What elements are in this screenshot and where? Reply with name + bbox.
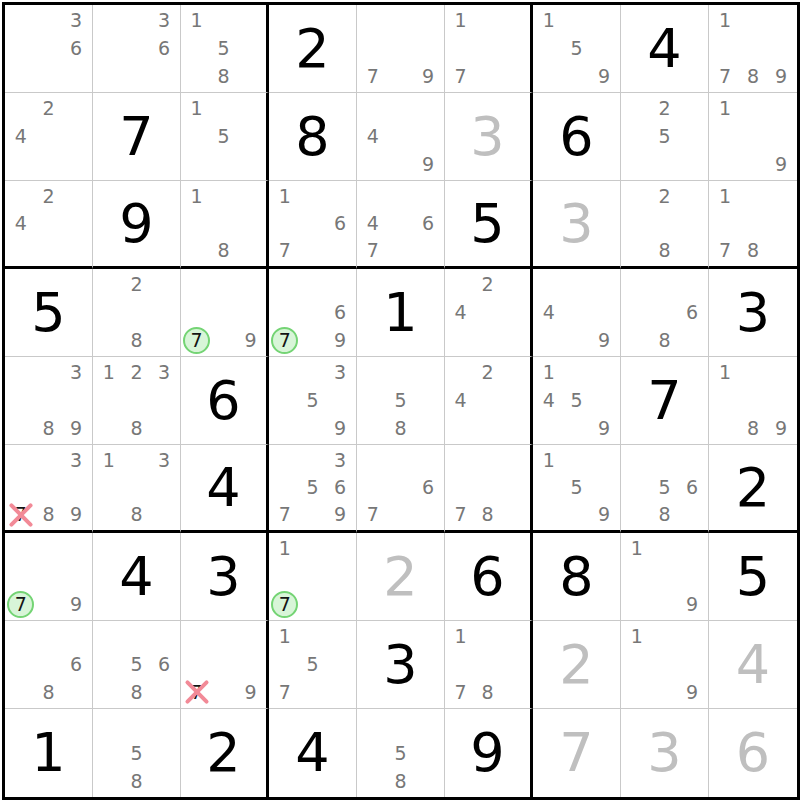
candidate-1: 1 bbox=[95, 447, 123, 474]
candidate-4: 4 bbox=[359, 123, 387, 151]
cell-r9c5[interactable]: 58 bbox=[357, 709, 445, 797]
candidate-grid: 24 bbox=[7, 183, 90, 264]
cell-r8c9[interactable]: 4 bbox=[709, 621, 797, 709]
candidate-grid: 159 bbox=[535, 447, 618, 528]
cell-r2c6[interactable]: 3 bbox=[445, 93, 533, 181]
cell-r2c1[interactable]: 24 bbox=[5, 93, 93, 181]
given-digit: 1 bbox=[383, 286, 417, 340]
candidate-6: 6 bbox=[62, 35, 90, 63]
candidate-grid: 58 bbox=[359, 711, 442, 795]
cell-r7c9[interactable]: 5 bbox=[709, 533, 797, 621]
cell-r9c7[interactable]: 7 bbox=[533, 709, 621, 797]
candidate-9: 9 bbox=[62, 590, 90, 618]
candidate-8: 8 bbox=[123, 767, 151, 795]
cell-r4c1[interactable]: 5 bbox=[5, 269, 93, 357]
candidate-3: 3 bbox=[326, 447, 354, 474]
cell-r9c9[interactable]: 6 bbox=[709, 709, 797, 797]
candidate-grid: 49 bbox=[535, 271, 618, 354]
cell-r3c5[interactable]: 467 bbox=[357, 181, 445, 269]
candidate-7: 7 bbox=[271, 501, 299, 528]
candidate-1: 1 bbox=[535, 7, 563, 35]
candidate-1: 1 bbox=[711, 7, 739, 35]
cell-r1c3[interactable]: 158 bbox=[181, 5, 269, 93]
candidate-grid: 28 bbox=[95, 271, 178, 354]
candidate-grid: 1238 bbox=[95, 359, 178, 442]
cell-r6c7[interactable]: 159 bbox=[533, 445, 621, 533]
candidate-grid: 28 bbox=[623, 183, 706, 264]
candidate-grid: 78 bbox=[447, 447, 528, 528]
cell-r1c9[interactable]: 1789 bbox=[709, 5, 797, 93]
candidate-grid: 79 bbox=[359, 7, 442, 90]
candidate-5: 5 bbox=[210, 35, 237, 63]
cell-r4c6[interactable]: 24 bbox=[445, 269, 533, 357]
candidate-5: 5 bbox=[299, 651, 327, 679]
candidate-8: 8 bbox=[123, 326, 151, 354]
crossed-candidate-7: 7 bbox=[7, 501, 35, 528]
candidate-grid: 1789 bbox=[711, 7, 795, 90]
cell-r6c1[interactable]: 3789 bbox=[5, 445, 93, 533]
cell-r2c4[interactable]: 8 bbox=[269, 93, 357, 181]
cell-r7c4[interactable]: 17 bbox=[269, 533, 357, 621]
candidate-2: 2 bbox=[651, 183, 679, 210]
candidate-6: 6 bbox=[62, 651, 90, 679]
candidate-5: 5 bbox=[563, 474, 591, 501]
candidate-grid: 58 bbox=[95, 711, 178, 795]
candidate-7: 7 bbox=[711, 237, 739, 264]
candidate-grid: 568 bbox=[623, 447, 706, 528]
candidate-grid: 467 bbox=[359, 183, 442, 264]
circled-candidate-7: 7 bbox=[271, 591, 298, 618]
cell-r3c4[interactable]: 167 bbox=[269, 181, 357, 269]
cell-r5c9[interactable]: 189 bbox=[709, 357, 797, 445]
candidate-1: 1 bbox=[535, 447, 563, 474]
cell-r6c5[interactable]: 67 bbox=[357, 445, 445, 533]
given-digit: 5 bbox=[736, 550, 770, 604]
cell-r2c3[interactable]: 15 bbox=[181, 93, 269, 181]
candidate-grid: 15 bbox=[183, 95, 264, 178]
candidate-3: 3 bbox=[62, 359, 90, 387]
candidate-8: 8 bbox=[739, 414, 767, 442]
cell-r1c8[interactable]: 4 bbox=[621, 5, 709, 93]
solved-digit: 7 bbox=[559, 726, 593, 780]
candidate-6: 6 bbox=[326, 474, 354, 501]
candidate-1: 1 bbox=[623, 623, 651, 651]
candidate-5: 5 bbox=[387, 387, 415, 415]
candidate-grid: 79 bbox=[183, 623, 264, 706]
candidate-grid: 19 bbox=[623, 623, 706, 706]
candidate-8: 8 bbox=[123, 678, 151, 706]
candidate-4: 4 bbox=[7, 210, 35, 237]
candidate-9: 9 bbox=[62, 414, 90, 442]
cell-r8c1[interactable]: 68 bbox=[5, 621, 93, 709]
candidate-9: 9 bbox=[767, 414, 795, 442]
candidate-5: 5 bbox=[563, 35, 591, 63]
candidate-9: 9 bbox=[590, 326, 618, 354]
cell-r3c3[interactable]: 18 bbox=[181, 181, 269, 269]
given-digit: 3 bbox=[383, 638, 417, 692]
cell-r9c8[interactable]: 3 bbox=[621, 709, 709, 797]
candidate-5: 5 bbox=[123, 739, 151, 767]
cell-r2c7[interactable]: 6 bbox=[533, 93, 621, 181]
given-digit: 8 bbox=[295, 110, 329, 164]
cell-r6c2[interactable]: 138 bbox=[93, 445, 181, 533]
circled-candidate-7: 7 bbox=[7, 591, 34, 618]
cell-r8c5[interactable]: 3 bbox=[357, 621, 445, 709]
candidate-grid: 138 bbox=[95, 447, 178, 528]
cell-r2c5[interactable]: 49 bbox=[357, 93, 445, 181]
given-digit: 6 bbox=[559, 110, 593, 164]
given-digit: 1 bbox=[31, 726, 65, 780]
solved-digit: 6 bbox=[736, 726, 770, 780]
candidate-9: 9 bbox=[237, 678, 264, 706]
candidate-grid: 24 bbox=[7, 95, 90, 178]
cell-r6c8[interactable]: 568 bbox=[621, 445, 709, 533]
candidate-4: 4 bbox=[535, 299, 563, 327]
cell-r5c4[interactable]: 359 bbox=[269, 357, 357, 445]
given-digit: 8 bbox=[559, 550, 593, 604]
candidate-9: 9 bbox=[414, 62, 442, 90]
cell-r1c6[interactable]: 17 bbox=[445, 5, 533, 93]
cell-r2c2[interactable]: 7 bbox=[93, 93, 181, 181]
candidate-5: 5 bbox=[651, 474, 679, 501]
candidate-5: 5 bbox=[123, 651, 151, 679]
cell-r8c8[interactable]: 19 bbox=[621, 621, 709, 709]
candidate-4: 4 bbox=[7, 123, 35, 151]
cell-r8c2[interactable]: 568 bbox=[93, 621, 181, 709]
candidate-1: 1 bbox=[711, 95, 739, 123]
candidate-7: 7 bbox=[359, 501, 387, 528]
cell-r1c4[interactable]: 2 bbox=[269, 5, 357, 93]
cell-r7c5[interactable]: 2 bbox=[357, 533, 445, 621]
candidate-9: 9 bbox=[62, 501, 90, 528]
candidate-7: 7 bbox=[447, 501, 474, 528]
candidate-grid: 25 bbox=[623, 95, 706, 178]
cell-r1c2[interactable]: 36 bbox=[93, 5, 181, 93]
cell-r5c8[interactable]: 7 bbox=[621, 357, 709, 445]
cell-r9c2[interactable]: 58 bbox=[93, 709, 181, 797]
candidate-6: 6 bbox=[150, 35, 178, 63]
cell-r6c6[interactable]: 78 bbox=[445, 445, 533, 533]
solved-digit: 3 bbox=[470, 110, 504, 164]
cell-r3c9[interactable]: 178 bbox=[709, 181, 797, 269]
cell-r5c2[interactable]: 1238 bbox=[93, 357, 181, 445]
given-digit: 2 bbox=[206, 726, 240, 780]
cell-r4c8[interactable]: 68 bbox=[621, 269, 709, 357]
cell-r7c7[interactable]: 8 bbox=[533, 533, 621, 621]
candidate-grid: 18 bbox=[183, 183, 264, 264]
cell-r2c9[interactable]: 19 bbox=[709, 93, 797, 181]
candidate-8: 8 bbox=[210, 62, 237, 90]
candidate-9: 9 bbox=[678, 678, 706, 706]
candidate-grid: 49 bbox=[359, 95, 442, 178]
cell-r6c9[interactable]: 2 bbox=[709, 445, 797, 533]
candidate-grid: 36 bbox=[95, 7, 178, 90]
candidate-2: 2 bbox=[123, 359, 151, 387]
candidate-grid: 68 bbox=[623, 271, 706, 354]
given-digit: 6 bbox=[206, 374, 240, 428]
candidate-grid: 79 bbox=[183, 271, 264, 354]
candidate-8: 8 bbox=[123, 414, 151, 442]
candidate-grid: 159 bbox=[535, 7, 618, 90]
candidate-7: 7 bbox=[447, 62, 474, 90]
solved-digit: 3 bbox=[647, 726, 681, 780]
cell-r5c7[interactable]: 1459 bbox=[533, 357, 621, 445]
cell-r1c7[interactable]: 159 bbox=[533, 5, 621, 93]
candidate-grid: 679 bbox=[271, 271, 354, 354]
candidate-1: 1 bbox=[711, 359, 739, 387]
candidate-7: 7 bbox=[447, 678, 474, 706]
cell-r1c1[interactable]: 36 bbox=[5, 5, 93, 93]
cell-r4c7[interactable]: 49 bbox=[533, 269, 621, 357]
given-digit: 4 bbox=[647, 22, 681, 76]
candidate-1: 1 bbox=[95, 359, 123, 387]
crossed-candidate-7: 7 bbox=[183, 678, 210, 706]
given-digit: 3 bbox=[736, 286, 770, 340]
candidate-8: 8 bbox=[651, 326, 679, 354]
candidate-5: 5 bbox=[299, 387, 327, 415]
candidate-6: 6 bbox=[150, 651, 178, 679]
candidate-2: 2 bbox=[651, 95, 679, 123]
cell-r4c2[interactable]: 28 bbox=[93, 269, 181, 357]
candidate-1: 1 bbox=[183, 95, 210, 123]
candidate-grid: 24 bbox=[447, 359, 528, 442]
candidate-grid: 389 bbox=[7, 359, 90, 442]
candidate-8: 8 bbox=[35, 501, 63, 528]
cell-r4c5[interactable]: 1 bbox=[357, 269, 445, 357]
candidate-9: 9 bbox=[326, 326, 354, 354]
candidate-grid: 158 bbox=[183, 7, 264, 90]
given-digit: 7 bbox=[647, 374, 681, 428]
candidate-grid: 19 bbox=[711, 95, 795, 178]
cell-r7c1[interactable]: 79 bbox=[5, 533, 93, 621]
candidate-grid: 36 bbox=[7, 7, 90, 90]
candidate-4: 4 bbox=[447, 387, 474, 415]
candidate-grid: 1459 bbox=[535, 359, 618, 442]
candidate-5: 5 bbox=[387, 739, 415, 767]
cell-r5c6[interactable]: 24 bbox=[445, 357, 533, 445]
candidate-3: 3 bbox=[150, 7, 178, 35]
candidate-1: 1 bbox=[535, 359, 563, 387]
cell-r8c7[interactable]: 2 bbox=[533, 621, 621, 709]
candidate-1: 1 bbox=[447, 7, 474, 35]
candidate-1: 1 bbox=[271, 183, 299, 210]
candidate-6: 6 bbox=[414, 474, 442, 501]
candidate-9: 9 bbox=[767, 62, 795, 90]
candidate-grid: 35679 bbox=[271, 447, 354, 528]
candidate-7: 7 bbox=[711, 62, 739, 90]
cell-r2c8[interactable]: 25 bbox=[621, 93, 709, 181]
cell-r9c1[interactable]: 1 bbox=[5, 709, 93, 797]
candidate-2: 2 bbox=[123, 271, 151, 299]
candidate-grid: 17 bbox=[271, 535, 354, 618]
candidate-2: 2 bbox=[35, 183, 63, 210]
candidate-8: 8 bbox=[210, 237, 237, 264]
given-digit: 4 bbox=[295, 726, 329, 780]
cell-r3c8[interactable]: 28 bbox=[621, 181, 709, 269]
given-digit: 9 bbox=[470, 726, 504, 780]
cell-r9c3[interactable]: 2 bbox=[181, 709, 269, 797]
given-digit: 9 bbox=[119, 197, 153, 251]
solved-digit: 4 bbox=[736, 638, 770, 692]
solved-digit: 2 bbox=[383, 550, 417, 604]
candidate-1: 1 bbox=[623, 535, 651, 563]
candidate-9: 9 bbox=[590, 501, 618, 528]
candidate-grid: 157 bbox=[271, 623, 354, 706]
candidate-5: 5 bbox=[651, 123, 679, 151]
given-digit: 4 bbox=[206, 461, 240, 515]
circled-candidate-7: 7 bbox=[183, 327, 210, 354]
given-digit: 5 bbox=[470, 197, 504, 251]
cell-r3c1[interactable]: 24 bbox=[5, 181, 93, 269]
candidate-6: 6 bbox=[414, 210, 442, 237]
candidate-9: 9 bbox=[590, 414, 618, 442]
candidate-8: 8 bbox=[651, 501, 679, 528]
candidate-3: 3 bbox=[150, 359, 178, 387]
candidate-1: 1 bbox=[183, 7, 210, 35]
candidate-9: 9 bbox=[326, 414, 354, 442]
sudoku-board: 3636158279171594178924715849362519249181… bbox=[2, 2, 800, 800]
candidate-grid: 568 bbox=[95, 623, 178, 706]
candidate-9: 9 bbox=[414, 150, 442, 178]
candidate-1: 1 bbox=[711, 183, 739, 210]
candidate-8: 8 bbox=[35, 678, 63, 706]
cell-r5c5[interactable]: 58 bbox=[357, 357, 445, 445]
candidate-2: 2 bbox=[474, 359, 501, 387]
given-digit: 2 bbox=[295, 22, 329, 76]
cell-r7c2[interactable]: 4 bbox=[93, 533, 181, 621]
candidate-grid: 68 bbox=[7, 623, 90, 706]
cell-r6c3[interactable]: 4 bbox=[181, 445, 269, 533]
candidate-2: 2 bbox=[35, 95, 63, 123]
candidate-grid: 19 bbox=[623, 535, 706, 618]
solved-digit: 3 bbox=[559, 197, 593, 251]
candidate-6: 6 bbox=[326, 299, 354, 327]
candidate-3: 3 bbox=[62, 447, 90, 474]
candidate-2: 2 bbox=[474, 271, 501, 299]
candidate-5: 5 bbox=[299, 474, 327, 501]
candidate-3: 3 bbox=[326, 359, 354, 387]
given-digit: 3 bbox=[206, 550, 240, 604]
candidate-4: 4 bbox=[535, 387, 563, 415]
candidate-6: 6 bbox=[678, 474, 706, 501]
cell-r9c4[interactable]: 4 bbox=[269, 709, 357, 797]
cell-r3c2[interactable]: 9 bbox=[93, 181, 181, 269]
cell-r7c6[interactable]: 6 bbox=[445, 533, 533, 621]
candidate-7: 7 bbox=[359, 62, 387, 90]
candidate-8: 8 bbox=[651, 237, 679, 264]
candidate-8: 8 bbox=[387, 767, 415, 795]
cell-r8c3[interactable]: 79 bbox=[181, 621, 269, 709]
candidate-3: 3 bbox=[150, 447, 178, 474]
candidate-1: 1 bbox=[183, 183, 210, 210]
cell-r9c6[interactable]: 9 bbox=[445, 709, 533, 797]
candidate-9: 9 bbox=[767, 150, 795, 178]
cell-r3c7[interactable]: 3 bbox=[533, 181, 621, 269]
candidate-grid: 359 bbox=[271, 359, 354, 442]
candidate-grid: 67 bbox=[359, 447, 442, 528]
candidate-8: 8 bbox=[35, 414, 63, 442]
candidate-7: 7 bbox=[271, 678, 299, 706]
candidate-6: 6 bbox=[326, 210, 354, 237]
candidate-8: 8 bbox=[739, 237, 767, 264]
candidate-5: 5 bbox=[563, 387, 591, 415]
candidate-6: 6 bbox=[678, 299, 706, 327]
cell-r6c4[interactable]: 35679 bbox=[269, 445, 357, 533]
cell-r5c1[interactable]: 389 bbox=[5, 357, 93, 445]
cell-r4c9[interactable]: 3 bbox=[709, 269, 797, 357]
candidate-grid: 17 bbox=[447, 7, 528, 90]
given-digit: 5 bbox=[31, 286, 65, 340]
cell-r3c6[interactable]: 5 bbox=[445, 181, 533, 269]
cell-r8c6[interactable]: 178 bbox=[445, 621, 533, 709]
candidate-7: 7 bbox=[271, 237, 299, 264]
given-digit: 2 bbox=[736, 461, 770, 515]
candidate-8: 8 bbox=[123, 501, 151, 528]
candidate-grid: 189 bbox=[711, 359, 795, 442]
candidate-9: 9 bbox=[326, 501, 354, 528]
candidate-9: 9 bbox=[678, 590, 706, 618]
given-digit: 4 bbox=[119, 550, 153, 604]
candidate-grid: 58 bbox=[359, 359, 442, 442]
candidate-grid: 178 bbox=[447, 623, 528, 706]
candidate-4: 4 bbox=[447, 299, 474, 327]
candidate-grid: 79 bbox=[7, 535, 90, 618]
candidate-grid: 167 bbox=[271, 183, 354, 264]
cell-r7c3[interactable]: 3 bbox=[181, 533, 269, 621]
candidate-4: 4 bbox=[359, 210, 387, 237]
circled-candidate-7: 7 bbox=[271, 327, 298, 354]
candidate-8: 8 bbox=[474, 678, 501, 706]
candidate-1: 1 bbox=[271, 535, 299, 563]
candidate-9: 9 bbox=[237, 326, 264, 354]
candidate-8: 8 bbox=[387, 414, 415, 442]
candidate-1: 1 bbox=[271, 623, 299, 651]
candidate-1: 1 bbox=[447, 623, 474, 651]
candidate-9: 9 bbox=[590, 62, 618, 90]
cell-r4c3[interactable]: 79 bbox=[181, 269, 269, 357]
candidate-5: 5 bbox=[210, 123, 237, 151]
cell-r5c3[interactable]: 6 bbox=[181, 357, 269, 445]
candidate-grid: 3789 bbox=[7, 447, 90, 528]
cell-r1c5[interactable]: 79 bbox=[357, 5, 445, 93]
given-digit: 7 bbox=[119, 110, 153, 164]
cell-r7c8[interactable]: 19 bbox=[621, 533, 709, 621]
candidate-8: 8 bbox=[739, 62, 767, 90]
candidate-7: 7 bbox=[359, 237, 387, 264]
given-digit: 6 bbox=[470, 550, 504, 604]
cell-r8c4[interactable]: 157 bbox=[269, 621, 357, 709]
candidate-3: 3 bbox=[62, 7, 90, 35]
candidate-grid: 178 bbox=[711, 183, 795, 264]
solved-digit: 2 bbox=[559, 638, 593, 692]
cell-r4c4[interactable]: 679 bbox=[269, 269, 357, 357]
candidate-8: 8 bbox=[474, 501, 501, 528]
candidate-grid: 24 bbox=[447, 271, 528, 354]
